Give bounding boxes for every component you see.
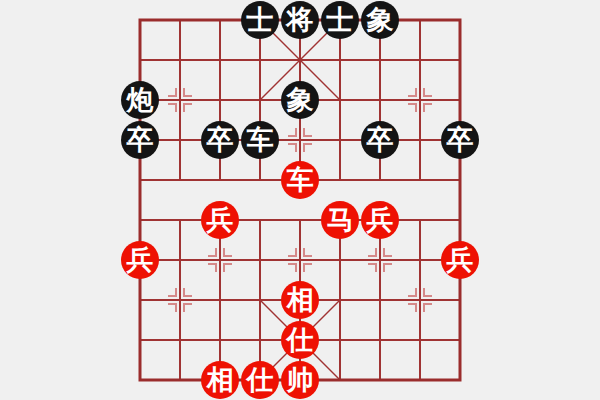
board-grid[interactable]: 士将士象炮象卒卒车卒卒车兵马兵兵兵相仕相仕帅 bbox=[120, 0, 480, 400]
red-soldier-piece[interactable]: 兵 bbox=[121, 241, 159, 279]
black-soldier-piece[interactable]: 卒 bbox=[201, 121, 239, 159]
red-horse-piece[interactable]: 马 bbox=[321, 201, 359, 239]
xiangqi-board-screen: 士将士象炮象卒卒车卒卒车兵马兵兵兵相仕相仕帅 bbox=[0, 0, 600, 400]
red-soldier-piece[interactable]: 兵 bbox=[361, 201, 399, 239]
red-elephant-piece[interactable]: 相 bbox=[201, 361, 239, 399]
black-elephant-piece[interactable]: 象 bbox=[361, 1, 399, 39]
black-soldier-piece[interactable]: 卒 bbox=[441, 121, 479, 159]
black-advisor-piece[interactable]: 士 bbox=[241, 1, 279, 39]
red-king-piece[interactable]: 帅 bbox=[281, 361, 319, 399]
black-advisor-piece[interactable]: 士 bbox=[321, 1, 359, 39]
black-elephant-piece[interactable]: 象 bbox=[281, 81, 319, 119]
red-chariot-piece[interactable]: 车 bbox=[281, 161, 319, 199]
black-soldier-piece[interactable]: 卒 bbox=[361, 121, 399, 159]
red-soldier-piece[interactable]: 兵 bbox=[441, 241, 479, 279]
red-soldier-piece[interactable]: 兵 bbox=[201, 201, 239, 239]
black-chariot-piece[interactable]: 车 bbox=[241, 121, 279, 159]
black-cannon-piece[interactable]: 炮 bbox=[121, 81, 159, 119]
red-advisor-piece[interactable]: 仕 bbox=[241, 361, 279, 399]
black-soldier-piece[interactable]: 卒 bbox=[121, 121, 159, 159]
black-king-piece[interactable]: 将 bbox=[281, 1, 319, 39]
red-advisor-piece[interactable]: 仕 bbox=[281, 321, 319, 359]
red-elephant-piece[interactable]: 相 bbox=[281, 281, 319, 319]
